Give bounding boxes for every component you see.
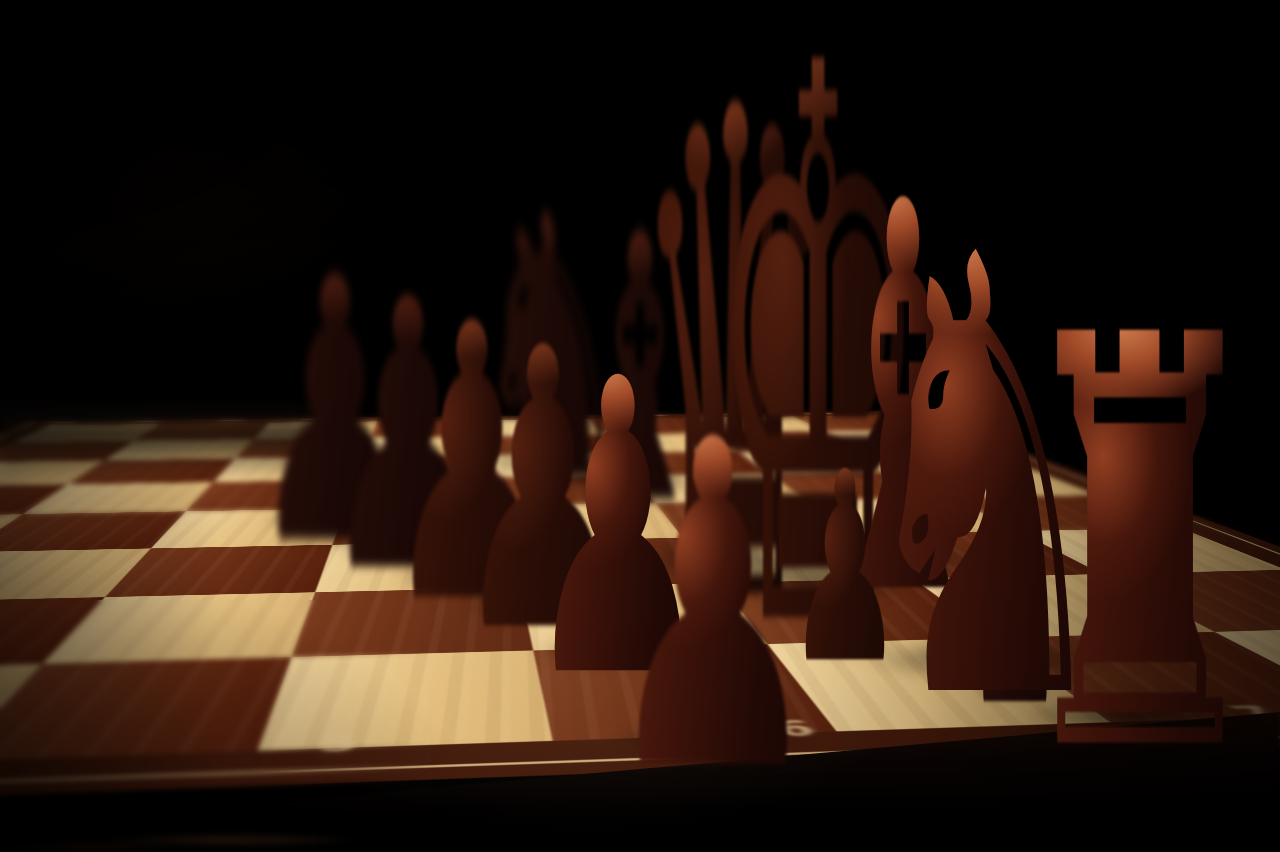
chess-piece-rook-h8: ♜ xyxy=(1008,264,1271,829)
chess-photo-scene: 567 ♟♟♟♟♟♟♟♟♞♝♛♚♝♞♜ xyxy=(0,0,1280,852)
chess-piece-pawn-f6: ♟ xyxy=(602,382,824,832)
